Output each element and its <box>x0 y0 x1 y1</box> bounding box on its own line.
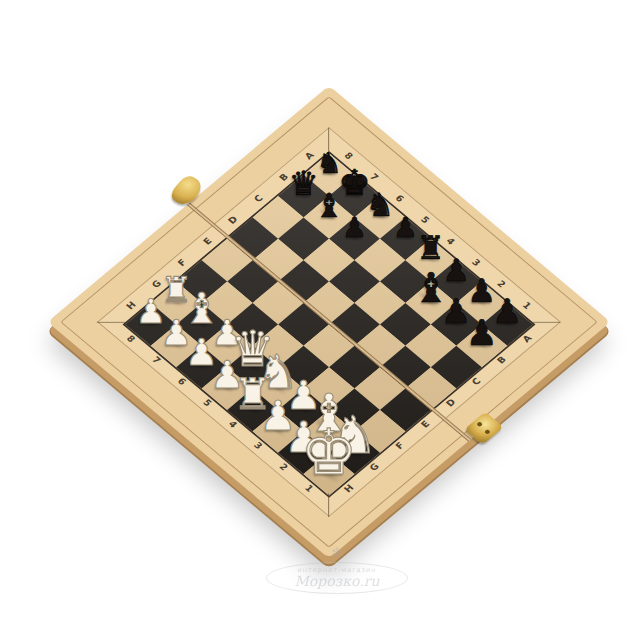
black-knight-icon: ♞ <box>366 189 395 221</box>
black-rook-icon: ♜ <box>416 232 445 264</box>
white-king-icon: ♚ <box>301 421 358 484</box>
border-corner-line <box>532 322 560 323</box>
snowflake-icon: ❄ <box>266 546 408 561</box>
border-corner-line <box>328 493 329 517</box>
brass-clasp <box>167 173 206 208</box>
board-frame: 8877665544332211AABBCCDDEEFFGGHH ♞♛♚♝♞♟♟… <box>48 86 611 559</box>
black-pawn-icon: ♟ <box>342 214 367 242</box>
watermark-oval: интернет-магазин Морозко.ru <box>266 562 408 594</box>
chess-board: 8877665544332211AABBCCDDEEFFGGHH ♞♛♚♝♞♟♟… <box>48 86 611 559</box>
black-pawn-icon: ♟ <box>393 214 418 242</box>
border-corner-line <box>97 322 125 323</box>
black-pawn-icon: ♟ <box>466 315 498 350</box>
watermark-line2: Морозко.ru <box>275 574 399 589</box>
product-photo: 8877665544332211AABBCCDDEEFFGGHH ♞♛♚♝♞♟♟… <box>0 0 640 640</box>
shop-watermark: ❄ интернет-магазин Морозко.ru <box>266 546 408 594</box>
black-bishop-icon: ♝ <box>314 189 344 222</box>
